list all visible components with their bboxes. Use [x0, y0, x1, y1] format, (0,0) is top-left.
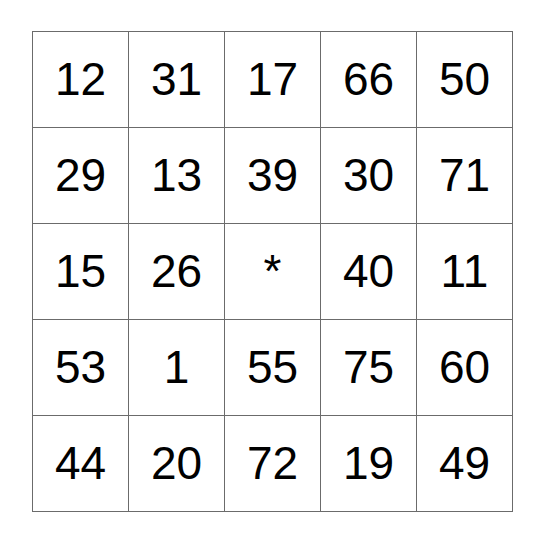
bingo-cell-r2c1[interactable]: 26 [129, 224, 224, 319]
bingo-cell-r4c4[interactable]: 49 [417, 416, 512, 511]
bingo-cell-r3c1[interactable]: 1 [129, 320, 224, 415]
bingo-cell-r2c0[interactable]: 15 [33, 224, 128, 319]
bingo-cell-r3c4[interactable]: 60 [417, 320, 512, 415]
bingo-cell-r1c1[interactable]: 13 [129, 128, 224, 223]
bingo-cell-free-space[interactable]: * [225, 224, 320, 319]
bingo-board: 123117665029133930711526*401153155756044… [32, 31, 513, 512]
bingo-cell-r3c0[interactable]: 53 [33, 320, 128, 415]
bingo-cell-r1c0[interactable]: 29 [33, 128, 128, 223]
bingo-cell-r3c3[interactable]: 75 [321, 320, 416, 415]
bingo-cell-r0c2[interactable]: 17 [225, 32, 320, 127]
bingo-cell-r1c2[interactable]: 39 [225, 128, 320, 223]
bingo-cell-r0c0[interactable]: 12 [33, 32, 128, 127]
bingo-cell-r0c3[interactable]: 66 [321, 32, 416, 127]
bingo-cell-r2c3[interactable]: 40 [321, 224, 416, 319]
bingo-card: 123117665029133930711526*401153155756044… [32, 31, 513, 512]
bingo-cell-r1c4[interactable]: 71 [417, 128, 512, 223]
bingo-cell-r0c4[interactable]: 50 [417, 32, 512, 127]
bingo-cell-r1c3[interactable]: 30 [321, 128, 416, 223]
bingo-cell-r4c0[interactable]: 44 [33, 416, 128, 511]
bingo-cell-r4c3[interactable]: 19 [321, 416, 416, 511]
bingo-cell-r0c1[interactable]: 31 [129, 32, 224, 127]
bingo-cell-r4c1[interactable]: 20 [129, 416, 224, 511]
bingo-cell-r4c2[interactable]: 72 [225, 416, 320, 511]
bingo-cell-r2c4[interactable]: 11 [417, 224, 512, 319]
bingo-cell-r3c2[interactable]: 55 [225, 320, 320, 415]
